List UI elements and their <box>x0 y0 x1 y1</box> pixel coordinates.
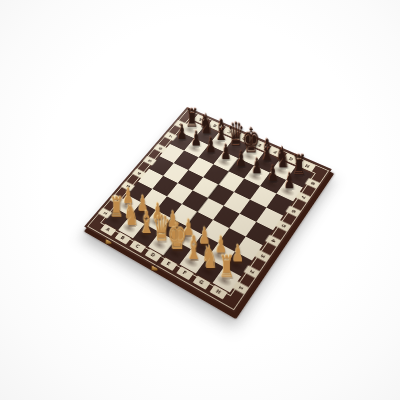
brass-latch-2 <box>151 265 158 271</box>
chess-board: AA11BB22CC33DD44EE55FF66GG77HH88 ♜♞♝♛♚♝♞… <box>84 107 332 313</box>
photo-stage: AA11BB22CC33DD44EE55FF66GG77HH88 ♜♞♝♛♚♝♞… <box>0 0 400 400</box>
brass-latch-1 <box>105 238 111 244</box>
black-pawn-glyph: ♟ <box>266 141 313 190</box>
white-rook-glyph: ♜ <box>201 226 252 279</box>
